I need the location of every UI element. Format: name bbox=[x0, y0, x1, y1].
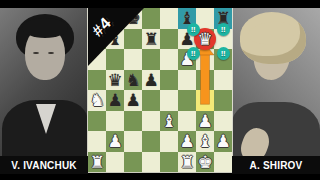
piece-white-bishop-g2[interactable]: ♝ bbox=[196, 131, 214, 152]
piece-white-knight-a4[interactable]: ♞ bbox=[88, 90, 106, 111]
left-player-fringe bbox=[22, 18, 68, 38]
left-player-eye bbox=[33, 52, 39, 54]
brilliant-badge-lower-right: !! bbox=[217, 47, 230, 60]
piece-white-rook-f1[interactable]: ♜ bbox=[178, 152, 196, 173]
piece-white-pawn-b2[interactable]: ♟ bbox=[106, 131, 124, 152]
piece-white-king-g1[interactable]: ♚ bbox=[196, 152, 214, 173]
player-photo-left bbox=[0, 8, 88, 172]
brilliant-badge-upper-left: !! bbox=[187, 23, 200, 36]
piece-black-rook-d7[interactable]: ♜ bbox=[142, 29, 160, 50]
piece-white-bishop-e3[interactable]: ♝ bbox=[160, 111, 178, 132]
piece-black-knight-c5[interactable]: ♞ bbox=[124, 70, 142, 91]
player-name-right: A. SHIROV bbox=[232, 156, 320, 174]
puzzle-number-label: #4 bbox=[89, 14, 116, 41]
player-name-left-label: V. IVANCHUK bbox=[11, 160, 77, 171]
top-letterbox-bar bbox=[0, 0, 320, 8]
piece-black-queen-b5[interactable]: ♛ bbox=[106, 70, 124, 91]
piece-black-pawn-b4[interactable]: ♟ bbox=[106, 90, 124, 111]
piece-black-pawn-d5[interactable]: ♟ bbox=[142, 70, 160, 91]
player-name-left: V. IVANCHUK bbox=[0, 156, 88, 174]
piece-black-pawn-c4[interactable]: ♟ bbox=[124, 90, 142, 111]
piece-white-pawn-h2[interactable]: ♟ bbox=[214, 131, 232, 152]
player-name-right-label: A. SHIROV bbox=[250, 160, 303, 171]
piece-white-rook-a1[interactable]: ♜ bbox=[88, 152, 106, 173]
brilliant-badge-upper-right: !! bbox=[217, 23, 230, 36]
piece-white-pawn-f2[interactable]: ♟ bbox=[178, 131, 196, 152]
brilliant-badge-lower-left: !! bbox=[187, 47, 200, 60]
left-player-eye bbox=[48, 52, 54, 54]
bottom-letterbox-bar bbox=[0, 174, 320, 180]
piece-white-pawn-g3[interactable]: ♟ bbox=[196, 111, 214, 132]
player-photo-right bbox=[232, 8, 320, 172]
video-thumbnail: V. IVANCHUK A. SHIROV ♚♝♜♟♝♜♟♛♟♛♞♟♞♟♟♝♟♟… bbox=[0, 0, 320, 180]
